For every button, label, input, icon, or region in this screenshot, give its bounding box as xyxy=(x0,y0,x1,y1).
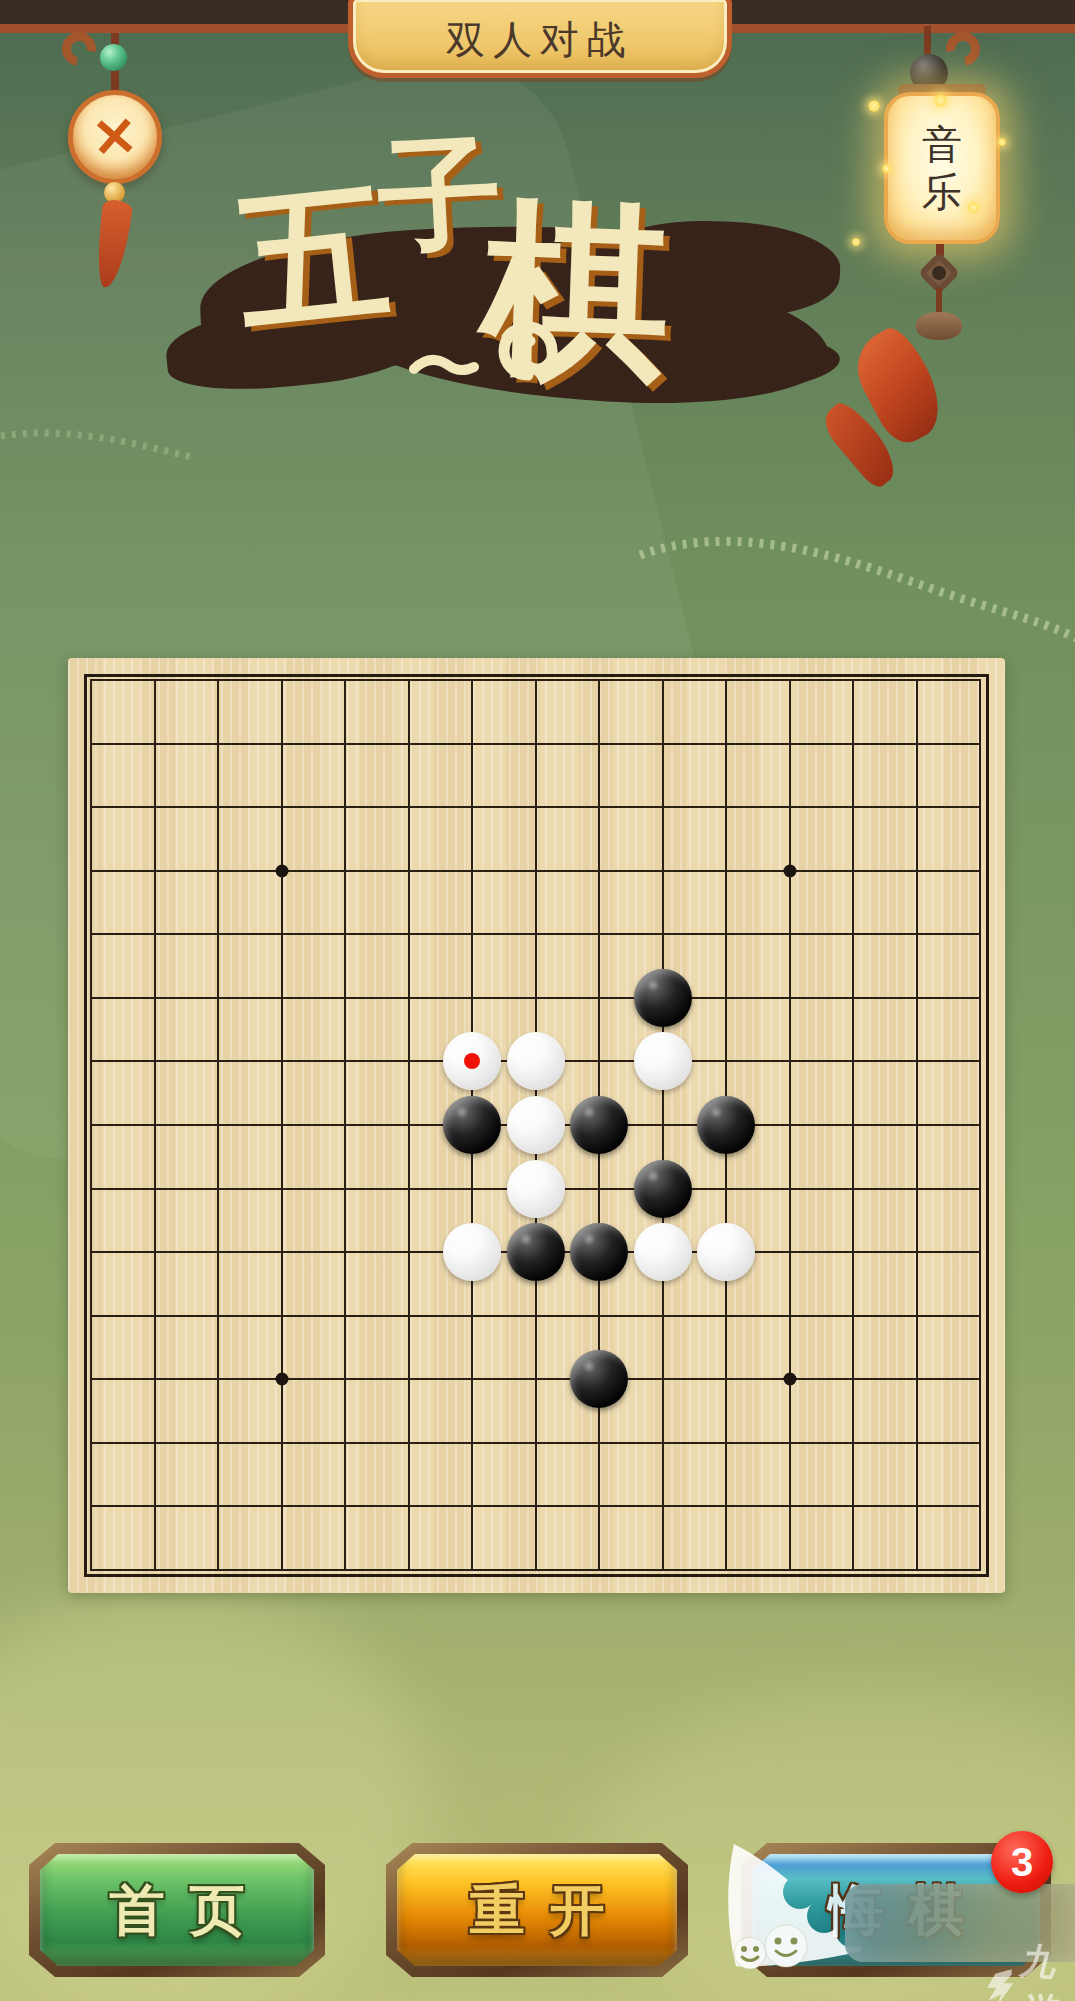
undo-count-value: 3 xyxy=(1011,1840,1033,1885)
sparkle-icon xyxy=(998,138,1006,146)
jade-bead xyxy=(100,44,127,71)
last-move-marker xyxy=(464,1053,480,1069)
home-button-label: 首页 xyxy=(85,1883,269,1938)
star-point xyxy=(275,864,288,877)
stone-white xyxy=(507,1032,565,1090)
grid-line xyxy=(90,1505,981,1507)
star-point xyxy=(275,1373,288,1386)
stone-white xyxy=(634,1032,692,1090)
stone-black xyxy=(634,969,692,1027)
sparkle-icon xyxy=(934,94,947,107)
grid-line xyxy=(90,1378,981,1380)
stone-black xyxy=(443,1096,501,1154)
music-label-char: 乐 xyxy=(922,172,962,212)
title-char: 五 xyxy=(231,176,396,341)
stone-white xyxy=(507,1096,565,1154)
stone-white xyxy=(634,1223,692,1281)
sparkle-icon xyxy=(852,238,860,246)
watermark: 九游 xyxy=(985,1938,1075,2001)
grid-line xyxy=(979,679,981,1571)
watermark-text: 九游 xyxy=(1019,1938,1075,2001)
music-button[interactable]: 音 乐 xyxy=(884,92,1000,244)
grid-line xyxy=(852,679,854,1571)
sparkle-icon xyxy=(882,164,891,173)
stone-black xyxy=(570,1350,628,1408)
stone-white xyxy=(443,1032,501,1090)
stone-white xyxy=(697,1223,755,1281)
stone-white xyxy=(443,1223,501,1281)
mode-banner-label: 双人对战 xyxy=(446,5,634,67)
grid-line xyxy=(90,1315,981,1317)
undo-count-badge: 3 xyxy=(991,1831,1053,1893)
stone-black xyxy=(570,1223,628,1281)
home-button[interactable]: 首页 xyxy=(29,1843,325,1977)
cloud-swirl-decoration xyxy=(408,317,618,397)
music-label-char: 音 xyxy=(922,124,962,164)
close-button[interactable]: ✕ xyxy=(68,90,162,184)
tassel-cap xyxy=(916,312,962,340)
tassel-knot-center xyxy=(932,266,946,280)
watermark-logo-icon xyxy=(985,1961,1015,2001)
sparkle-icon xyxy=(968,202,979,213)
star-point xyxy=(783,1373,796,1386)
game-screen: 双人对战 ✕ 音 乐 五 子 棋 xyxy=(0,0,1075,2001)
star-point xyxy=(783,864,796,877)
close-icon: ✕ xyxy=(91,108,140,165)
stone-white xyxy=(507,1160,565,1218)
restart-button-label: 重开 xyxy=(445,1883,629,1938)
grid-line xyxy=(789,679,791,1571)
stone-black xyxy=(634,1160,692,1218)
restart-button[interactable]: 重开 xyxy=(386,1843,688,1977)
grid-line xyxy=(662,679,664,1571)
game-board[interactable] xyxy=(68,658,1005,1593)
game-title: 五 子 棋 xyxy=(170,215,850,420)
grid-line xyxy=(916,679,918,1571)
sparkle-icon xyxy=(868,100,880,112)
stone-black xyxy=(570,1096,628,1154)
stone-black xyxy=(697,1096,755,1154)
grid-line xyxy=(90,1569,981,1571)
mode-banner: 双人对战 xyxy=(348,0,732,78)
board-grid[interactable] xyxy=(91,680,982,1572)
grid-line xyxy=(90,1442,981,1444)
stone-black xyxy=(507,1223,565,1281)
